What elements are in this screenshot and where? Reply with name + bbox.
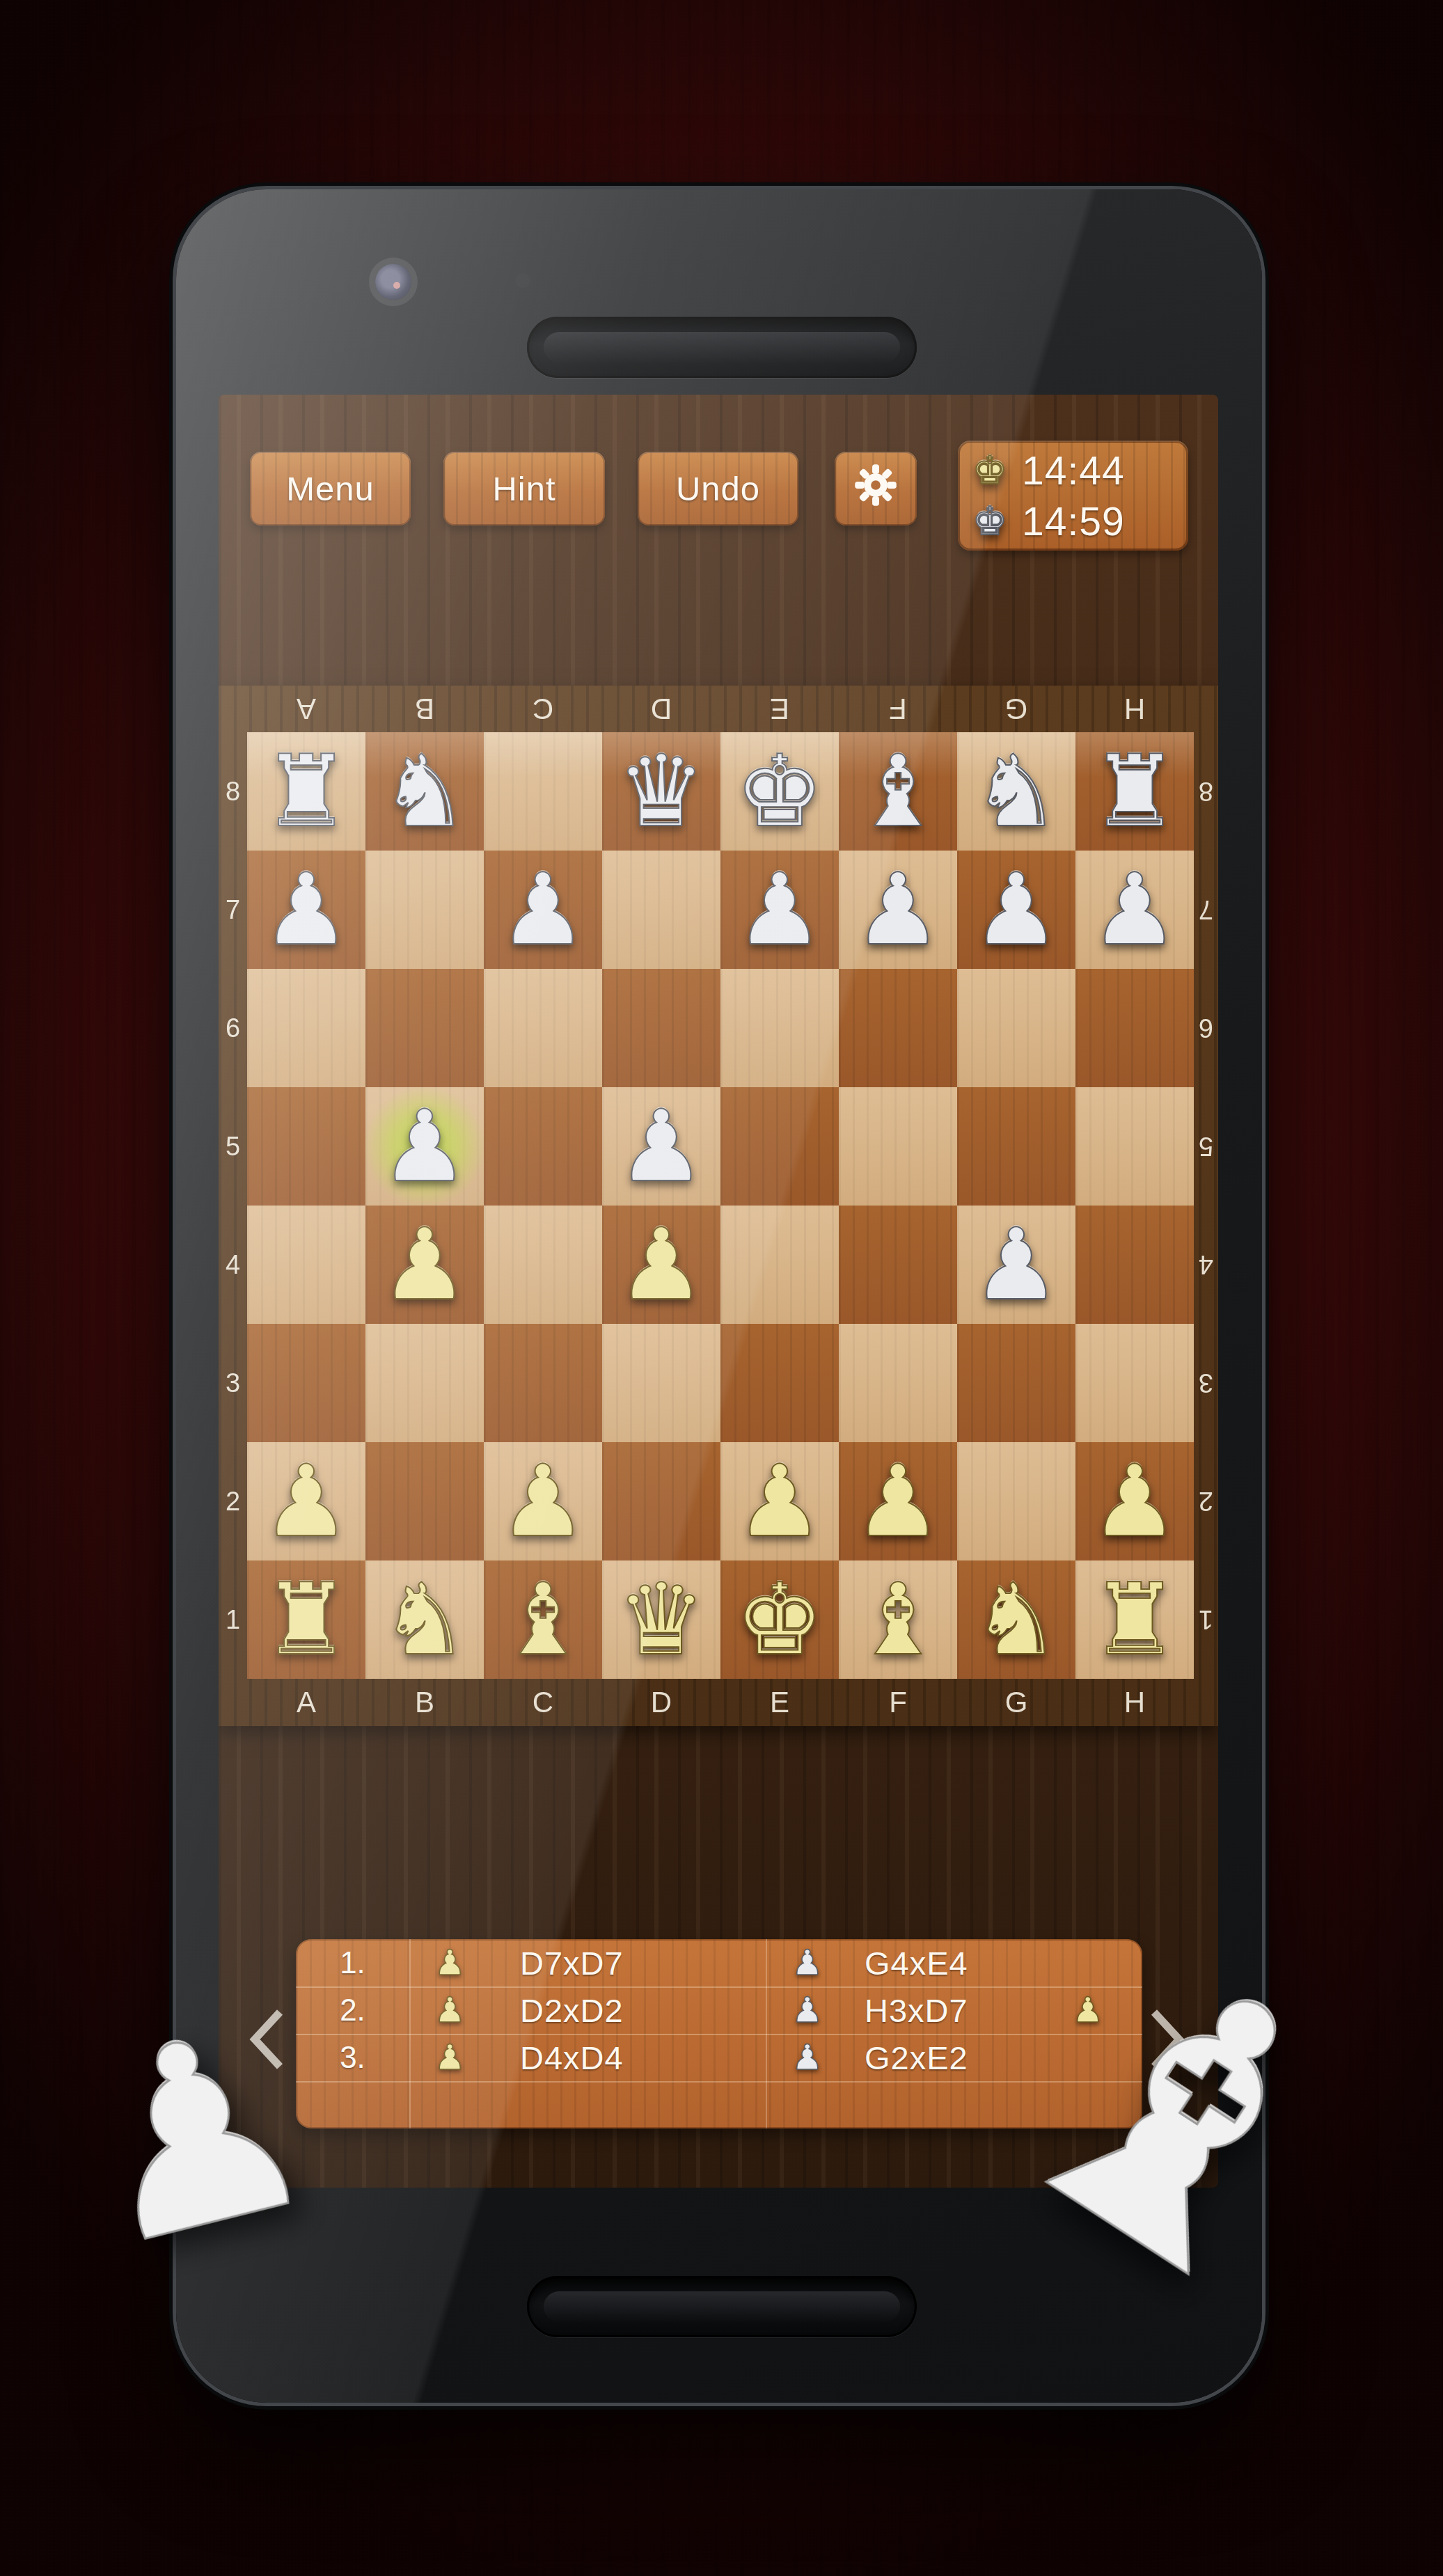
rank-labels-right: 87654321 bbox=[1194, 732, 1218, 1679]
silver-rook[interactable]: ♜ bbox=[1090, 732, 1178, 851]
square-b8[interactable]: ♞ bbox=[365, 732, 484, 851]
rank-label-left-2: 2 bbox=[219, 1442, 247, 1560]
bottom-speaker bbox=[527, 2276, 917, 2337]
rank-label-right-3: 3 bbox=[1194, 1324, 1218, 1442]
silver-clock-row: ♚ 14:59 bbox=[958, 499, 1188, 544]
square-d1[interactable]: ♛ bbox=[602, 1560, 720, 1679]
rank-label-right-1: 1 bbox=[1194, 1560, 1218, 1679]
square-h5[interactable] bbox=[1075, 1087, 1194, 1206]
square-g5[interactable] bbox=[957, 1087, 1075, 1206]
rank-label-left-5: 5 bbox=[219, 1087, 247, 1206]
rank-label-left-3: 3 bbox=[219, 1324, 247, 1442]
silver-pawn[interactable]: ♟ bbox=[972, 851, 1060, 969]
rank-label-left-4: 4 bbox=[219, 1206, 247, 1324]
square-d3[interactable] bbox=[602, 1324, 720, 1442]
silver-rook[interactable]: ♜ bbox=[262, 732, 350, 851]
gold-pawn[interactable]: ♟ bbox=[262, 1442, 350, 1560]
square-c3[interactable] bbox=[484, 1324, 602, 1442]
square-h2[interactable]: ♟ bbox=[1075, 1442, 1194, 1560]
square-h7[interactable]: ♟ bbox=[1075, 851, 1194, 969]
gold-rook[interactable]: ♜ bbox=[262, 1560, 350, 1679]
gold-pawn-icon: ♟ bbox=[434, 2037, 466, 2078]
square-a7[interactable]: ♟ bbox=[247, 851, 365, 969]
gold-pawn[interactable]: ♟ bbox=[1090, 1442, 1178, 1560]
silver-pawn-icon: ♟ bbox=[792, 1943, 823, 1983]
square-e7[interactable]: ♟ bbox=[720, 851, 839, 969]
square-b1[interactable]: ♞ bbox=[365, 1560, 484, 1679]
gold-pawn[interactable]: ♟ bbox=[617, 1206, 705, 1324]
square-e8[interactable]: ♚ bbox=[720, 732, 839, 851]
page: Menu Hint Undo bbox=[0, 0, 1443, 2576]
silver-pawn[interactable]: ♟ bbox=[498, 851, 587, 969]
square-g7[interactable]: ♟ bbox=[957, 851, 1075, 969]
gold-king-icon: ♚ bbox=[958, 451, 1022, 490]
square-g8[interactable]: ♞ bbox=[957, 732, 1075, 851]
gold-move-icon-cell: ♟ bbox=[409, 1993, 491, 2028]
gold-pawn-icon: ♟ bbox=[434, 1943, 466, 1983]
file-label-bottom-f: F bbox=[839, 1679, 957, 1726]
file-label-top-b: B bbox=[365, 686, 484, 732]
square-f6[interactable] bbox=[839, 969, 957, 1087]
file-label-top-e: E bbox=[720, 686, 839, 732]
gold-move: D2xD2 bbox=[491, 1991, 766, 2030]
square-h3[interactable] bbox=[1075, 1324, 1194, 1442]
gold-knight[interactable]: ♞ bbox=[972, 1560, 1060, 1679]
silver-move-icon-cell: ♟ bbox=[766, 1993, 849, 2028]
file-label-top-h: H bbox=[1075, 686, 1194, 732]
rank-label-right-8: 8 bbox=[1194, 732, 1218, 851]
board-squares: ♜♞♛♚♝♞♜♟♟♟♟♟♟♟♟♟♟♟♟♟♟♟♟♜♞♝♛♚♝♞♜ bbox=[247, 732, 1194, 1679]
move-number: 3. bbox=[296, 2040, 409, 2075]
menu-button-label: Menu bbox=[286, 469, 374, 508]
rank-label-left-6: 6 bbox=[219, 969, 247, 1087]
file-label-bottom-c: C bbox=[484, 1679, 602, 1726]
silver-pawn[interactable]: ♟ bbox=[262, 851, 350, 969]
silver-time: 14:59 bbox=[1022, 498, 1188, 544]
file-label-bottom-a: A bbox=[247, 1679, 365, 1726]
square-c2[interactable]: ♟ bbox=[484, 1442, 602, 1560]
square-h1[interactable]: ♜ bbox=[1075, 1560, 1194, 1679]
square-a6[interactable] bbox=[247, 969, 365, 1087]
silver-knight[interactable]: ♞ bbox=[380, 732, 468, 851]
square-a2[interactable]: ♟ bbox=[247, 1442, 365, 1560]
gold-rook[interactable]: ♜ bbox=[1090, 1560, 1178, 1679]
move-row-1: 1.♟D7xD7♟G4xE4 bbox=[296, 1939, 1142, 1986]
file-label-top-g: G bbox=[957, 686, 1075, 732]
gold-bishop[interactable]: ♝ bbox=[498, 1560, 587, 1679]
square-b7[interactable] bbox=[365, 851, 484, 969]
gold-pawn[interactable]: ♟ bbox=[498, 1442, 587, 1560]
square-c6[interactable] bbox=[484, 969, 602, 1087]
square-e1[interactable]: ♚ bbox=[720, 1560, 839, 1679]
square-e4[interactable] bbox=[720, 1206, 839, 1324]
gold-knight[interactable]: ♞ bbox=[380, 1560, 468, 1679]
square-b6[interactable] bbox=[365, 969, 484, 1087]
file-label-bottom-b: B bbox=[365, 1679, 484, 1726]
square-a8[interactable]: ♜ bbox=[247, 732, 365, 851]
silver-queen[interactable]: ♛ bbox=[617, 732, 705, 851]
gold-time: 14:44 bbox=[1022, 448, 1188, 493]
rank-label-right-2: 2 bbox=[1194, 1442, 1218, 1560]
silver-bishop[interactable]: ♝ bbox=[853, 732, 942, 851]
silver-pawn[interactable]: ♟ bbox=[972, 1206, 1060, 1324]
square-c8[interactable] bbox=[484, 732, 602, 851]
square-g2[interactable] bbox=[957, 1442, 1075, 1560]
square-f8[interactable]: ♝ bbox=[839, 732, 957, 851]
file-label-top-c: C bbox=[484, 686, 602, 732]
gold-move-icon-cell: ♟ bbox=[409, 2040, 491, 2075]
square-a1[interactable]: ♜ bbox=[247, 1560, 365, 1679]
square-b4[interactable]: ♟ bbox=[365, 1206, 484, 1324]
square-a5[interactable] bbox=[247, 1087, 365, 1206]
square-c1[interactable]: ♝ bbox=[484, 1560, 602, 1679]
gold-pawn[interactable]: ♟ bbox=[380, 1206, 468, 1324]
move-number: 1. bbox=[296, 1945, 409, 1980]
silver-pawn[interactable]: ♟ bbox=[853, 851, 942, 969]
rank-label-right-5: 5 bbox=[1194, 1087, 1218, 1206]
silver-knight[interactable]: ♞ bbox=[972, 732, 1060, 851]
square-d7[interactable] bbox=[602, 851, 720, 969]
gold-move: D7xD7 bbox=[491, 1944, 766, 1982]
square-h6[interactable] bbox=[1075, 969, 1194, 1087]
rank-label-left-7: 7 bbox=[219, 851, 247, 969]
file-labels-bottom: ABCDEFGH bbox=[247, 1679, 1194, 1726]
gold-king[interactable]: ♚ bbox=[735, 1560, 823, 1679]
gold-bishop[interactable]: ♝ bbox=[853, 1560, 942, 1679]
square-f3[interactable] bbox=[839, 1324, 957, 1442]
silver-move: G2xE2 bbox=[849, 2039, 1034, 2077]
gold-clock-row: ♚ 14:44 bbox=[958, 448, 1188, 493]
gold-move: D4xD4 bbox=[491, 2039, 766, 2077]
hint-button-label: Hint bbox=[492, 469, 555, 508]
rank-label-right-6: 6 bbox=[1194, 969, 1218, 1087]
square-g1[interactable]: ♞ bbox=[957, 1560, 1075, 1679]
square-c7[interactable]: ♟ bbox=[484, 851, 602, 969]
square-c4[interactable] bbox=[484, 1206, 602, 1324]
square-d4[interactable]: ♟ bbox=[602, 1206, 720, 1324]
square-f1[interactable]: ♝ bbox=[839, 1560, 957, 1679]
silver-pawn-icon: ♟ bbox=[792, 1990, 823, 2030]
silver-pawn[interactable]: ♟ bbox=[617, 1087, 705, 1206]
gold-pawn-icon: ♟ bbox=[434, 1990, 466, 2030]
square-b3[interactable] bbox=[365, 1324, 484, 1442]
square-b5[interactable]: ♟ bbox=[365, 1087, 484, 1206]
menu-button[interactable]: Menu bbox=[250, 452, 411, 526]
silver-pawn-icon: ♟ bbox=[792, 2037, 823, 2078]
rank-label-right-7: 7 bbox=[1194, 851, 1218, 969]
chess-clock: ♚ 14:44 ♚ 14:59 bbox=[958, 441, 1188, 551]
square-a3[interactable] bbox=[247, 1324, 365, 1442]
rank-labels-left: 87654321 bbox=[219, 732, 247, 1679]
silver-pawn[interactable]: ♟ bbox=[380, 1087, 468, 1206]
file-label-bottom-g: G bbox=[957, 1679, 1075, 1726]
square-f2[interactable]: ♟ bbox=[839, 1442, 957, 1560]
silver-king-icon: ♚ bbox=[958, 502, 1022, 541]
silver-pawn[interactable]: ♟ bbox=[1090, 851, 1178, 969]
silver-move-icon-cell: ♟ bbox=[766, 2040, 849, 2075]
gear-icon bbox=[854, 464, 897, 514]
silver-king[interactable]: ♚ bbox=[735, 732, 823, 851]
settings-button[interactable] bbox=[835, 452, 917, 526]
undo-button[interactable]: Undo bbox=[638, 452, 798, 526]
rank-label-left-8: 8 bbox=[219, 732, 247, 851]
square-d6[interactable] bbox=[602, 969, 720, 1087]
square-f7[interactable]: ♟ bbox=[839, 851, 957, 969]
square-f4[interactable] bbox=[839, 1206, 957, 1324]
square-f5[interactable] bbox=[839, 1087, 957, 1206]
gold-pawn[interactable]: ♟ bbox=[735, 1442, 823, 1560]
square-e2[interactable]: ♟ bbox=[720, 1442, 839, 1560]
silver-move: G4xE4 bbox=[849, 1944, 1034, 1982]
gold-queen[interactable]: ♛ bbox=[617, 1560, 705, 1679]
square-a4[interactable] bbox=[247, 1206, 365, 1324]
square-g3[interactable] bbox=[957, 1324, 1075, 1442]
silver-pawn[interactable]: ♟ bbox=[735, 851, 823, 969]
silver-move-icon-cell: ♟ bbox=[766, 1945, 849, 1980]
hint-button[interactable]: Hint bbox=[443, 452, 605, 526]
square-d2[interactable] bbox=[602, 1442, 720, 1560]
file-label-bottom-h: H bbox=[1075, 1679, 1194, 1726]
file-label-bottom-d: D bbox=[602, 1679, 720, 1726]
file-label-top-f: F bbox=[839, 686, 957, 732]
square-e3[interactable] bbox=[720, 1324, 839, 1442]
square-h4[interactable] bbox=[1075, 1206, 1194, 1324]
square-e6[interactable] bbox=[720, 969, 839, 1087]
chess-board: ABCDEFGH 87654321 87654321 ABCDEFGH ♜♞♛♚… bbox=[219, 686, 1218, 1726]
file-label-top-d: D bbox=[602, 686, 720, 732]
file-label-bottom-e: E bbox=[720, 1679, 839, 1726]
rank-label-left-1: 1 bbox=[219, 1560, 247, 1679]
front-camera-icon bbox=[375, 264, 411, 300]
file-label-top-a: A bbox=[247, 686, 365, 732]
undo-button-label: Undo bbox=[676, 469, 760, 508]
square-b2[interactable] bbox=[365, 1442, 484, 1560]
square-h8[interactable]: ♜ bbox=[1075, 732, 1194, 851]
move-row-3: 3.♟D4xD4♟G2xE2 bbox=[296, 2034, 1142, 2081]
square-g4[interactable]: ♟ bbox=[957, 1206, 1075, 1324]
app-screen: Menu Hint Undo bbox=[219, 395, 1218, 2188]
square-d8[interactable]: ♛ bbox=[602, 732, 720, 851]
square-d5[interactable]: ♟ bbox=[602, 1087, 720, 1206]
gold-pawn[interactable]: ♟ bbox=[853, 1442, 942, 1560]
square-e5[interactable] bbox=[720, 1087, 839, 1206]
move-number: 2. bbox=[296, 1993, 409, 2028]
square-g6[interactable] bbox=[957, 969, 1075, 1087]
earpiece-speaker bbox=[527, 317, 917, 378]
gold-move-icon-cell: ♟ bbox=[409, 1945, 491, 1980]
square-c5[interactable] bbox=[484, 1087, 602, 1206]
move-row-2: 2.♟D2xD2♟H3xD7♟ bbox=[296, 1986, 1142, 2034]
silver-move: H3xD7 bbox=[849, 1991, 1034, 2030]
file-labels-top: ABCDEFGH bbox=[247, 686, 1194, 732]
proximity-sensor-icon bbox=[515, 273, 530, 288]
rank-label-right-4: 4 bbox=[1194, 1206, 1218, 1324]
